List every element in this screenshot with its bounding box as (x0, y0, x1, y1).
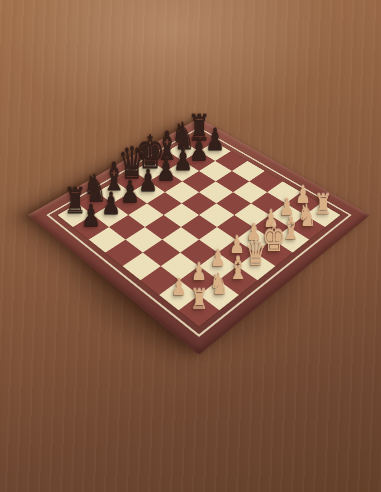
photo-scene: ♜♞♝♛♚♝♞♜♟♟♟♟♟♟♟♟♟♟♟♟♟♟♟♟♜♞♝♛♚♝♞♜ (0, 0, 381, 492)
